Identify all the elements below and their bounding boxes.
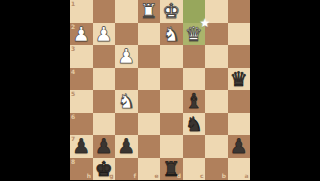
chess-board[interactable]: 1♜♚2♟♟♞♛3♟4♛5♞♝6♞7♟♟♟♟8hg♚fed♜cba★ [70,0,250,180]
file-label-b: b [222,173,226,179]
square-a8[interactable]: a [228,158,251,181]
square-d1[interactable]: ♚ [160,0,183,23]
piece-black-rook[interactable]: ♜ [160,158,183,181]
square-f8[interactable]: f [115,158,138,181]
rank-label-5: 5 [71,91,75,97]
square-d6[interactable] [160,113,183,136]
square-f3[interactable]: ♟ [115,45,138,68]
square-h2[interactable]: 2♟ [70,23,93,46]
file-label-h: h [87,173,91,179]
square-f4[interactable] [115,68,138,91]
square-a6[interactable] [228,113,251,136]
square-c7[interactable] [183,135,206,158]
square-h3[interactable]: 3 [70,45,93,68]
file-label-c: c [200,173,204,179]
square-g3[interactable] [93,45,116,68]
rank-label-8: 8 [71,159,75,165]
square-a4[interactable]: ♛ [228,68,251,91]
rank-label-4: 4 [71,69,75,75]
square-d8[interactable]: d♜ [160,158,183,181]
square-a7[interactable]: ♟ [228,135,251,158]
piece-white-knight[interactable]: ♞ [160,23,183,46]
square-c8[interactable]: c [183,158,206,181]
square-d4[interactable] [160,68,183,91]
square-f5[interactable]: ♞ [115,90,138,113]
piece-white-pawn[interactable]: ♟ [70,23,93,46]
piece-black-king[interactable]: ♚ [93,158,116,181]
square-h8[interactable]: 8h [70,158,93,181]
square-g5[interactable] [93,90,116,113]
piece-black-pawn[interactable]: ♟ [70,135,93,158]
square-c5[interactable]: ♝ [183,90,206,113]
square-b4[interactable] [205,68,228,91]
screenshot-stage: 1♜♚2♟♟♞♛3♟4♛5♞♝6♞7♟♟♟♟8hg♚fed♜cba★ [0,0,320,180]
square-g6[interactable] [93,113,116,136]
rank-label-3: 3 [71,46,75,52]
square-b5[interactable] [205,90,228,113]
square-f2[interactable] [115,23,138,46]
square-e5[interactable] [138,90,161,113]
square-b8[interactable]: b [205,158,228,181]
square-e8[interactable]: e [138,158,161,181]
square-a2[interactable] [228,23,251,46]
square-f6[interactable] [115,113,138,136]
file-label-a: a [244,173,248,179]
square-c4[interactable] [183,68,206,91]
square-h7[interactable]: 7♟ [70,135,93,158]
square-d7[interactable] [160,135,183,158]
square-a3[interactable] [228,45,251,68]
square-b3[interactable] [205,45,228,68]
file-label-e: e [154,173,158,179]
piece-white-pawn[interactable]: ♟ [93,23,116,46]
square-d3[interactable] [160,45,183,68]
piece-white-rook[interactable]: ♜ [138,0,161,23]
letterbox-left [0,0,70,180]
square-g1[interactable] [93,0,116,23]
square-h5[interactable]: 5 [70,90,93,113]
square-f7[interactable]: ♟ [115,135,138,158]
square-f1[interactable] [115,0,138,23]
square-e7[interactable] [138,135,161,158]
square-g7[interactable]: ♟ [93,135,116,158]
square-c3[interactable] [183,45,206,68]
square-e4[interactable] [138,68,161,91]
piece-black-pawn[interactable]: ♟ [93,135,116,158]
square-e2[interactable] [138,23,161,46]
square-a1[interactable] [228,0,251,23]
piece-black-pawn[interactable]: ♟ [228,135,251,158]
best-move-star-icon: ★ [199,16,212,29]
square-a5[interactable] [228,90,251,113]
piece-black-bishop[interactable]: ♝ [183,90,206,113]
square-c6[interactable]: ♞ [183,113,206,136]
piece-black-queen[interactable]: ♛ [228,68,251,91]
square-e3[interactable] [138,45,161,68]
square-d5[interactable] [160,90,183,113]
rank-label-6: 6 [71,114,75,120]
piece-white-knight[interactable]: ♞ [115,90,138,113]
square-h6[interactable]: 6 [70,113,93,136]
rank-label-1: 1 [71,1,75,7]
piece-white-king[interactable]: ♚ [160,0,183,23]
file-label-f: f [133,173,136,179]
square-g8[interactable]: g♚ [93,158,116,181]
square-g2[interactable]: ♟ [93,23,116,46]
piece-white-pawn[interactable]: ♟ [115,45,138,68]
square-d2[interactable]: ♞ [160,23,183,46]
square-h1[interactable]: 1 [70,0,93,23]
square-e1[interactable]: ♜ [138,0,161,23]
piece-black-knight[interactable]: ♞ [183,113,206,136]
square-b7[interactable] [205,135,228,158]
letterbox-right [250,0,320,180]
square-e6[interactable] [138,113,161,136]
square-g4[interactable] [93,68,116,91]
square-b6[interactable] [205,113,228,136]
square-h4[interactable]: 4 [70,68,93,91]
piece-black-pawn[interactable]: ♟ [115,135,138,158]
